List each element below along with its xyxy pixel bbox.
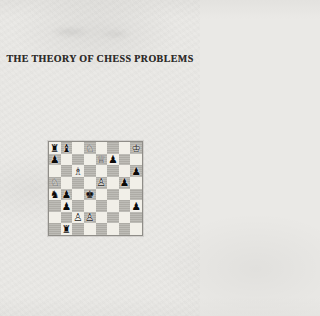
square-b4: ♟ — [61, 189, 73, 201]
square-g1 — [119, 223, 131, 235]
square-d3 — [84, 200, 96, 212]
square-e7: ♕ — [96, 154, 108, 166]
square-c8 — [72, 142, 84, 154]
square-a4: ♞ — [49, 189, 61, 201]
square-c4 — [72, 189, 84, 201]
square-e4 — [96, 189, 108, 201]
white-king-h8: ♔ — [130, 142, 142, 154]
square-e1 — [96, 223, 108, 235]
square-h8: ♔ — [130, 142, 142, 154]
white-knight-a5: ♘ — [49, 177, 61, 189]
black-pawn-b3: ♟ — [61, 200, 73, 212]
square-f7: ♟ — [107, 154, 119, 166]
square-c1 — [72, 223, 84, 235]
square-f4 — [107, 189, 119, 201]
square-b5 — [61, 177, 73, 189]
square-c2: ♙ — [72, 212, 84, 224]
square-d7 — [84, 154, 96, 166]
square-b6 — [61, 165, 73, 177]
square-c6: ♗ — [72, 165, 84, 177]
square-b8: ♝ — [61, 142, 73, 154]
page-title: THE THEORY OF CHESS PROBLEMS — [0, 53, 200, 64]
square-a8: ♜ — [49, 142, 61, 154]
square-b7 — [61, 154, 73, 166]
square-f2 — [107, 212, 119, 224]
black-pawn-h6: ♟ — [130, 165, 142, 177]
square-h4 — [130, 189, 142, 201]
square-h3: ♟ — [130, 200, 142, 212]
white-pawn-d2: ♙ — [84, 212, 96, 224]
square-d8: ♘ — [84, 142, 96, 154]
black-pawn-a7: ♟ — [49, 154, 61, 166]
square-e8 — [96, 142, 108, 154]
square-a2 — [49, 212, 61, 224]
black-king-d4: ♚ — [84, 189, 96, 201]
ink-smudge — [44, 26, 96, 38]
square-g5: ♟ — [119, 177, 131, 189]
square-d1 — [84, 223, 96, 235]
square-a1 — [49, 223, 61, 235]
square-c3 — [72, 200, 84, 212]
square-g2 — [119, 212, 131, 224]
black-pawn-f7: ♟ — [107, 154, 119, 166]
square-d6 — [84, 165, 96, 177]
square-h6: ♟ — [130, 165, 142, 177]
black-rook-a8: ♜ — [49, 142, 61, 154]
black-pawn-b4: ♟ — [61, 189, 73, 201]
square-f8 — [107, 142, 119, 154]
square-e2 — [96, 212, 108, 224]
square-f5 — [107, 177, 119, 189]
square-e3 — [96, 200, 108, 212]
square-b1: ♜ — [61, 223, 73, 235]
square-c7 — [72, 154, 84, 166]
black-bishop-b8: ♝ — [61, 142, 73, 154]
square-h7 — [130, 154, 142, 166]
square-f6 — [107, 165, 119, 177]
square-h5 — [130, 177, 142, 189]
square-d4: ♚ — [84, 189, 96, 201]
white-pawn-c2: ♙ — [72, 212, 84, 224]
white-knight-d8: ♘ — [84, 142, 96, 154]
chess-board: ♜♝♘♔♟♕♟♗♟♘♙♟♞♟♚♟♟♙♙♜ — [48, 141, 143, 236]
square-h1 — [130, 223, 142, 235]
black-pawn-h3: ♟ — [130, 200, 142, 212]
square-f3 — [107, 200, 119, 212]
square-e5: ♙ — [96, 177, 108, 189]
black-knight-a4: ♞ — [49, 189, 61, 201]
black-pawn-g5: ♟ — [119, 177, 131, 189]
square-c5 — [72, 177, 84, 189]
ink-smudge — [96, 29, 136, 39]
white-queen-e7: ♕ — [96, 154, 108, 166]
square-a3 — [49, 200, 61, 212]
square-g3 — [119, 200, 131, 212]
square-f1 — [107, 223, 119, 235]
square-d5 — [84, 177, 96, 189]
square-b3: ♟ — [61, 200, 73, 212]
square-d2: ♙ — [84, 212, 96, 224]
white-pawn-e5: ♙ — [96, 177, 108, 189]
square-g4 — [119, 189, 131, 201]
white-bishop-c6: ♗ — [72, 165, 84, 177]
square-h2 — [130, 212, 142, 224]
square-b2 — [61, 212, 73, 224]
black-rook-b1: ♜ — [61, 223, 73, 235]
square-a7: ♟ — [49, 154, 61, 166]
square-g7 — [119, 154, 131, 166]
square-g8 — [119, 142, 131, 154]
square-a5: ♘ — [49, 177, 61, 189]
